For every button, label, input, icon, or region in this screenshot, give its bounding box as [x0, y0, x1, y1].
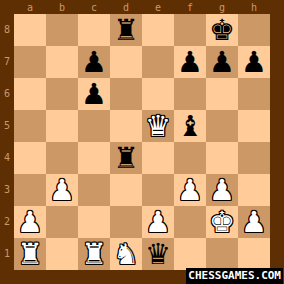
square-d4[interactable]: ♜: [110, 142, 142, 174]
square-a4[interactable]: [14, 142, 46, 174]
black-pawn-g7: ♟: [206, 46, 238, 78]
square-g8[interactable]: ♚: [206, 14, 238, 46]
square-b2[interactable]: [46, 206, 78, 238]
black-king-g8: ♚: [206, 14, 238, 46]
square-c5[interactable]: [78, 110, 110, 142]
square-f2[interactable]: [174, 206, 206, 238]
square-e4[interactable]: [142, 142, 174, 174]
square-e5[interactable]: ♛: [142, 110, 174, 142]
square-a8[interactable]: [14, 14, 46, 46]
square-h6[interactable]: [238, 78, 270, 110]
file-label-f: f: [174, 0, 206, 15]
square-a1[interactable]: ♜: [14, 238, 46, 270]
square-f3[interactable]: ♟: [174, 174, 206, 206]
white-pawn-h2: ♟: [238, 206, 270, 238]
square-c7[interactable]: ♟: [78, 46, 110, 78]
rank-label-8: 8: [0, 14, 14, 46]
square-g5[interactable]: [206, 110, 238, 142]
square-d2[interactable]: [110, 206, 142, 238]
square-e6[interactable]: [142, 78, 174, 110]
square-c3[interactable]: [78, 174, 110, 206]
square-e2[interactable]: ♟: [142, 206, 174, 238]
square-a3[interactable]: [14, 174, 46, 206]
square-a5[interactable]: [14, 110, 46, 142]
white-pawn-e2: ♟: [142, 206, 174, 238]
square-h2[interactable]: ♟: [238, 206, 270, 238]
square-e7[interactable]: [142, 46, 174, 78]
white-pawn-a2: ♟: [14, 206, 46, 238]
square-f4[interactable]: [174, 142, 206, 174]
square-d5[interactable]: [110, 110, 142, 142]
square-g3[interactable]: ♟: [206, 174, 238, 206]
square-c1[interactable]: ♜: [78, 238, 110, 270]
square-a7[interactable]: [14, 46, 46, 78]
black-rook-d4: ♜: [110, 142, 142, 174]
square-b7[interactable]: [46, 46, 78, 78]
white-rook-a1: ♜: [14, 238, 46, 270]
rank-label-7: 7: [0, 46, 14, 78]
square-e1[interactable]: ♛: [142, 238, 174, 270]
square-g4[interactable]: [206, 142, 238, 174]
square-b5[interactable]: [46, 110, 78, 142]
square-b4[interactable]: [46, 142, 78, 174]
black-queen-e1: ♛: [142, 238, 174, 270]
rank-label-1: 1: [0, 238, 14, 270]
square-c2[interactable]: [78, 206, 110, 238]
square-f6[interactable]: [174, 78, 206, 110]
file-label-a: a: [14, 0, 46, 15]
square-h4[interactable]: [238, 142, 270, 174]
rank-labels: 87654321: [0, 14, 14, 270]
square-d1[interactable]: ♞: [110, 238, 142, 270]
black-pawn-f7: ♟: [174, 46, 206, 78]
file-label-e: e: [142, 0, 174, 15]
chess-board: ♜♚♟♟♟♟♟♛♝♜♟♟♟♟♟♚♟♜♜♞♛: [14, 14, 270, 270]
square-f5[interactable]: ♝: [174, 110, 206, 142]
white-pawn-g3: ♟: [206, 174, 238, 206]
file-label-h: h: [238, 0, 270, 15]
black-rook-d8: ♜: [110, 14, 142, 46]
square-d8[interactable]: ♜: [110, 14, 142, 46]
square-f1[interactable]: [174, 238, 206, 270]
rank-label-3: 3: [0, 174, 14, 206]
square-h8[interactable]: [238, 14, 270, 46]
square-h1[interactable]: [238, 238, 270, 270]
square-b8[interactable]: [46, 14, 78, 46]
square-h3[interactable]: [238, 174, 270, 206]
square-g6[interactable]: [206, 78, 238, 110]
square-d3[interactable]: [110, 174, 142, 206]
watermark: CHESSGAMES.COM: [186, 268, 283, 284]
rank-label-4: 4: [0, 142, 14, 174]
square-a2[interactable]: ♟: [14, 206, 46, 238]
black-pawn-h7: ♟: [238, 46, 270, 78]
board-frame: abcdefgh 87654321 ♜♚♟♟♟♟♟♛♝♜♟♟♟♟♟♚♟♜♜♞♛ …: [0, 0, 284, 284]
square-h7[interactable]: ♟: [238, 46, 270, 78]
white-pawn-b3: ♟: [46, 174, 78, 206]
rank-label-5: 5: [0, 110, 14, 142]
square-b1[interactable]: [46, 238, 78, 270]
rank-label-6: 6: [0, 78, 14, 110]
black-bishop-f5: ♝: [174, 110, 206, 142]
square-c8[interactable]: [78, 14, 110, 46]
square-e3[interactable]: [142, 174, 174, 206]
black-pawn-c6: ♟: [78, 78, 110, 110]
file-labels: abcdefgh: [14, 0, 270, 14]
white-rook-c1: ♜: [78, 238, 110, 270]
white-knight-d1: ♞: [110, 238, 142, 270]
white-king-g2: ♚: [206, 206, 238, 238]
rank-label-2: 2: [0, 206, 14, 238]
white-pawn-f3: ♟: [174, 174, 206, 206]
square-c4[interactable]: [78, 142, 110, 174]
square-b6[interactable]: [46, 78, 78, 110]
square-d6[interactable]: [110, 78, 142, 110]
square-e8[interactable]: [142, 14, 174, 46]
square-f8[interactable]: [174, 14, 206, 46]
square-f7[interactable]: ♟: [174, 46, 206, 78]
square-g1[interactable]: [206, 238, 238, 270]
square-h5[interactable]: [238, 110, 270, 142]
square-b3[interactable]: ♟: [46, 174, 78, 206]
file-label-b: b: [46, 0, 78, 15]
square-c6[interactable]: ♟: [78, 78, 110, 110]
square-g2[interactable]: ♚: [206, 206, 238, 238]
square-a6[interactable]: [14, 78, 46, 110]
square-d7[interactable]: [110, 46, 142, 78]
black-pawn-c7: ♟: [78, 46, 110, 78]
file-label-c: c: [78, 0, 110, 15]
square-g7[interactable]: ♟: [206, 46, 238, 78]
white-queen-e5: ♛: [142, 110, 174, 142]
